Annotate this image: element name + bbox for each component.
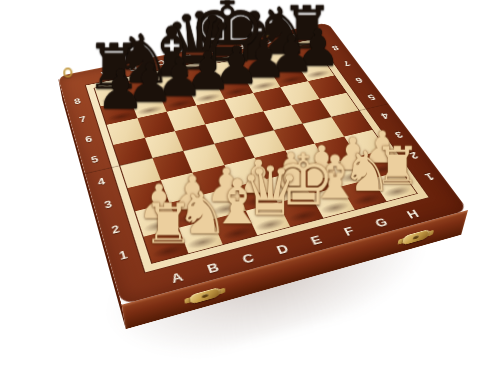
brass-clasp-icon xyxy=(402,229,430,246)
brass-clasp-icon xyxy=(190,287,220,305)
chess-board-box: AABBCCDDEEFFGGHH1122334455667788 xyxy=(58,23,468,305)
pieces-layer: ♜♞♝♛♚♝♞♜♟♟♟♟♟♟♟♟♟♟♟♟♟♟♟♟♜♞♝♛♚♝♞♜ xyxy=(58,23,468,305)
black-pawn-glyph: ♟ xyxy=(96,62,145,116)
white-rook-glyph: ♜ xyxy=(143,196,193,252)
brass-ring-icon xyxy=(63,67,72,77)
photo-background: AABBCCDDEEFFGGHH1122334455667788 xyxy=(0,0,500,366)
scene: AABBCCDDEEFFGGHH1122334455667788 xyxy=(0,0,500,366)
